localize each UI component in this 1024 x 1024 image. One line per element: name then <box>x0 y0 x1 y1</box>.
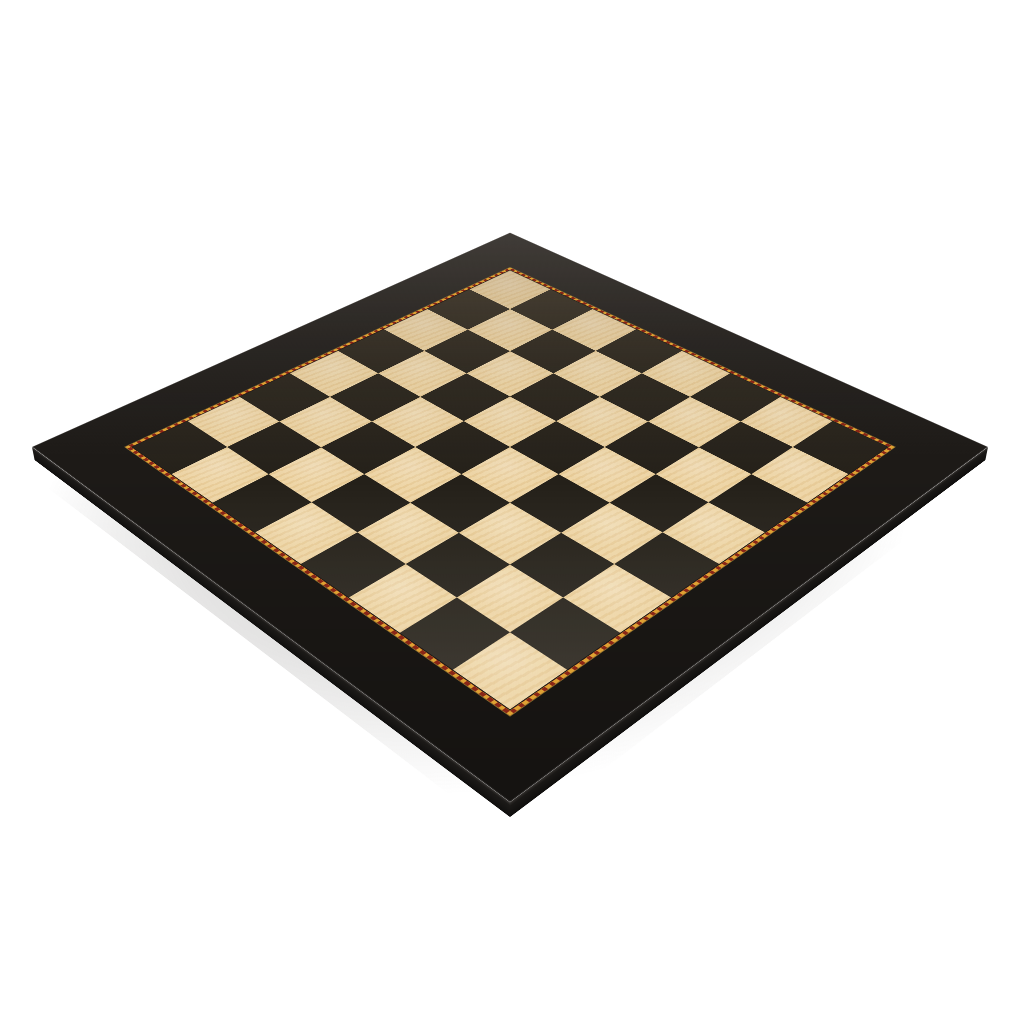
square-e3 <box>411 474 510 532</box>
square-f4 <box>510 474 609 532</box>
square-e4 <box>462 447 559 503</box>
chessboard <box>32 233 988 803</box>
scene <box>0 0 1024 1024</box>
square-f2 <box>405 532 510 597</box>
square-g3 <box>510 532 615 597</box>
square-e2 <box>357 503 459 565</box>
square-f3 <box>459 503 561 565</box>
square-g4 <box>561 503 663 565</box>
